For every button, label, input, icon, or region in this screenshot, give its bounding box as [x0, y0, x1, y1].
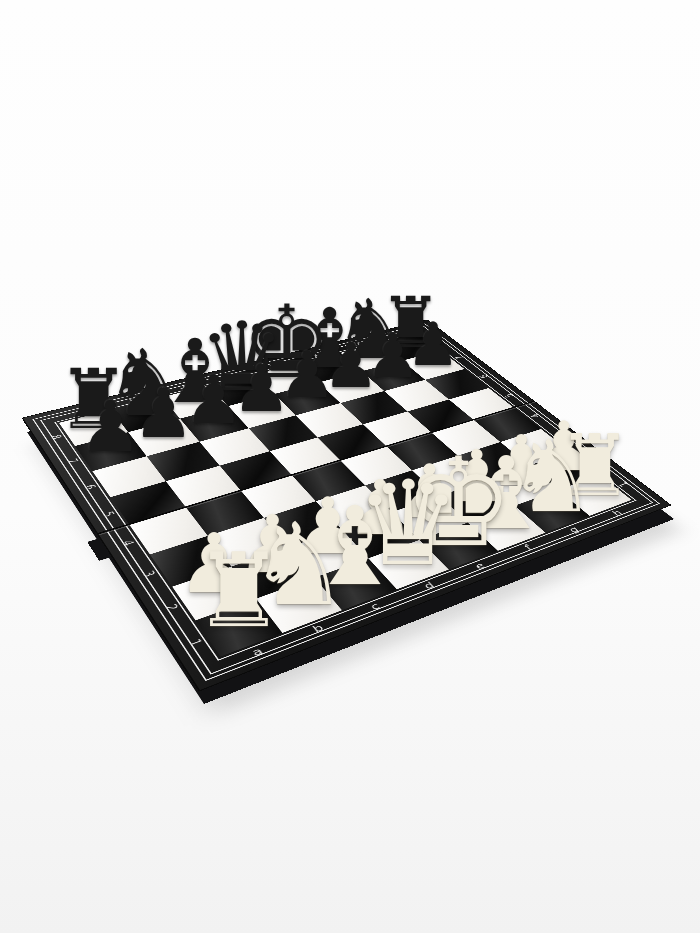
file-label-bottom-f: f [523, 544, 534, 552]
file-label-bottom-a: a [250, 646, 265, 658]
rank-label-right-2: 2 [586, 457, 599, 464]
rank-label-right-1: 1 [617, 481, 631, 488]
file-label-bottom-d: d [422, 581, 436, 591]
file-label-bottom-h: h [611, 509, 625, 517]
file-label-bottom-b: b [311, 623, 326, 634]
rank-label-left-3: 3 [140, 570, 157, 579]
file-label-top-e: e [268, 362, 278, 368]
rank-label-left-6: 6 [82, 483, 98, 490]
file-label-top-b: b [128, 396, 139, 403]
file-label-bottom-g: g [567, 526, 581, 535]
file-label-top-a: a [77, 408, 88, 415]
rank-label-left-2: 2 [162, 602, 179, 612]
rank-label-right-7: 7 [454, 355, 466, 360]
file-label-bottom-e: e [473, 561, 487, 571]
rank-label-right-3: 3 [557, 434, 570, 440]
rank-label-left-7: 7 [65, 458, 80, 465]
rank-label-left-8: 8 [48, 434, 63, 441]
file-label-top-f: f [311, 352, 319, 357]
file-label-top-c: c [177, 384, 187, 390]
rank-label-right-8: 8 [432, 338, 444, 343]
rank-label-right-5: 5 [503, 393, 516, 398]
file-label-top-d: d [223, 373, 234, 379]
rank-label-left-1: 1 [186, 638, 204, 649]
rank-label-right-4: 4 [529, 413, 542, 419]
file-label-top-g: g [351, 342, 361, 347]
file-label-bottom-c: c [369, 601, 383, 611]
rank-label-left-4: 4 [119, 539, 135, 548]
rank-label-right-6: 6 [478, 373, 490, 378]
rank-label-left-5: 5 [100, 510, 116, 518]
product-photo-scene: 88aa77bb66cc55dd44ee33ff22gg11hh ♜♞♝♛♚♝♞… [0, 0, 700, 933]
file-label-top-h: h [390, 332, 400, 337]
